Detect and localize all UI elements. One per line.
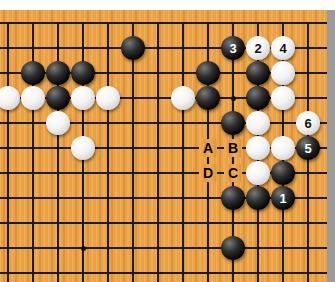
- move-number-label: 2: [254, 42, 261, 55]
- grid-line-horizontal: [0, 22, 327, 24]
- black-stone: [246, 186, 270, 210]
- black-stone: 1: [271, 186, 295, 210]
- grid-line-horizontal: [0, 272, 327, 274]
- white-stone: [246, 111, 270, 135]
- grid-line-horizontal: [0, 222, 327, 224]
- white-stone: [46, 111, 70, 135]
- black-stone: [221, 186, 245, 210]
- star-point: [81, 246, 86, 251]
- point-label-b: B: [224, 139, 242, 157]
- white-stone: [21, 86, 45, 110]
- move-number-label: 4: [279, 42, 286, 55]
- white-stone: [246, 136, 270, 160]
- black-stone: 5: [296, 136, 320, 160]
- move-number-label: 1: [279, 192, 286, 205]
- white-stone: [271, 86, 295, 110]
- point-label-a: A: [199, 139, 217, 157]
- black-stone: [246, 61, 270, 85]
- point-label-c: C: [224, 164, 242, 182]
- move-number-label: 5: [304, 142, 311, 155]
- black-stone: [121, 36, 145, 60]
- white-stone: 4: [271, 36, 295, 60]
- black-stone: [46, 86, 70, 110]
- black-stone: [246, 86, 270, 110]
- white-stone: [96, 86, 120, 110]
- white-stone: [271, 61, 295, 85]
- top-margin-strip: [0, 0, 335, 10]
- white-stone: 2: [246, 36, 270, 60]
- black-stone: 3: [221, 36, 245, 60]
- black-stone: [71, 61, 95, 85]
- star-point: [231, 96, 236, 101]
- grid-line-horizontal: [0, 247, 327, 249]
- black-stone: [221, 236, 245, 260]
- white-stone: 6: [296, 111, 320, 135]
- point-label-d: D: [199, 164, 217, 182]
- white-stone: [71, 136, 95, 160]
- white-stone: [71, 86, 95, 110]
- go-diagram-screenshot: 324651ABCD: [0, 0, 335, 282]
- white-stone: [0, 86, 20, 110]
- move-number-label: 3: [229, 42, 236, 55]
- grid-line-vertical: [7, 22, 9, 282]
- grid-line-vertical: [157, 22, 159, 282]
- black-stone: [196, 86, 220, 110]
- black-stone: [46, 61, 70, 85]
- white-stone: [271, 136, 295, 160]
- black-stone: [271, 161, 295, 185]
- black-stone: [221, 111, 245, 135]
- go-board[interactable]: 324651ABCD: [0, 10, 327, 282]
- black-stone: [196, 61, 220, 85]
- move-number-label: 6: [304, 117, 311, 130]
- grid-line-vertical: [182, 22, 184, 282]
- black-stone: [21, 61, 45, 85]
- white-stone: [246, 161, 270, 185]
- white-stone: [171, 86, 195, 110]
- grid-line-vertical: [107, 22, 109, 282]
- right-gutter-strip: [327, 10, 335, 282]
- grid-line-vertical: [132, 22, 134, 282]
